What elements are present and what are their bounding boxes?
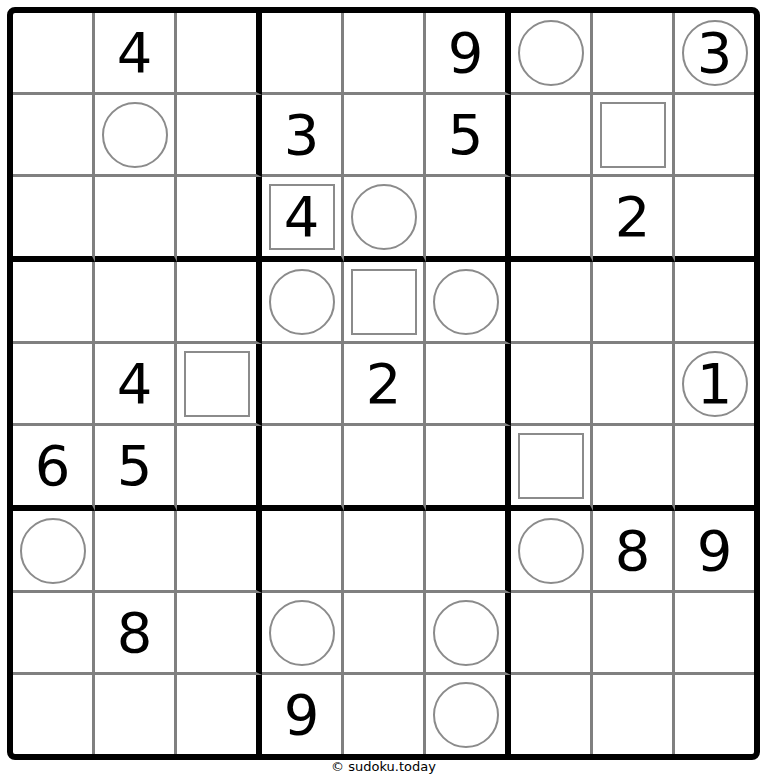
cell-r5c1[interactable] xyxy=(13,344,95,426)
cell-r5c3[interactable] xyxy=(177,344,262,426)
cell-r2c7[interactable] xyxy=(511,95,593,177)
cell-r7c4[interactable] xyxy=(262,511,344,593)
cell-r1c2[interactable]: 4 xyxy=(95,13,177,95)
even-square-mark xyxy=(351,269,417,335)
cell-r6c3[interactable] xyxy=(177,426,262,511)
odd-circle-mark xyxy=(433,682,499,748)
cell-r3c5[interactable] xyxy=(344,177,426,262)
cell-r8c5[interactable] xyxy=(344,593,426,675)
cell-r8c6[interactable] xyxy=(426,593,511,675)
cell-r7c8[interactable]: 8 xyxy=(593,511,675,593)
even-square-mark xyxy=(184,351,250,417)
cell-r7c3[interactable] xyxy=(177,511,262,593)
cell-r7c6[interactable] xyxy=(426,511,511,593)
given-digit: 9 xyxy=(697,523,733,579)
cell-r2c4[interactable]: 3 xyxy=(262,95,344,177)
odd-circle-mark xyxy=(433,269,499,335)
cell-r9c7[interactable] xyxy=(511,675,593,754)
cell-r2c9[interactable] xyxy=(675,95,754,177)
cell-r9c6[interactable] xyxy=(426,675,511,754)
cell-r2c6[interactable]: 5 xyxy=(426,95,511,177)
cell-r4c4[interactable] xyxy=(262,262,344,344)
cell-r1c5[interactable] xyxy=(344,13,426,95)
given-digit: 4 xyxy=(284,189,320,245)
cell-r8c7[interactable] xyxy=(511,593,593,675)
cell-r6c1[interactable]: 6 xyxy=(13,426,95,511)
cell-r3c9[interactable] xyxy=(675,177,754,262)
odd-circle-mark xyxy=(269,269,335,335)
even-square-mark xyxy=(518,433,584,499)
cell-r9c1[interactable] xyxy=(13,675,95,754)
cell-r3c7[interactable] xyxy=(511,177,593,262)
given-digit: 3 xyxy=(284,107,320,163)
cell-r2c8[interactable] xyxy=(593,95,675,177)
given-digit: 5 xyxy=(448,107,484,163)
cell-r4c8[interactable] xyxy=(593,262,675,344)
cell-r2c2[interactable] xyxy=(95,95,177,177)
cell-r4c5[interactable] xyxy=(344,262,426,344)
cell-r8c3[interactable] xyxy=(177,593,262,675)
cell-r6c8[interactable] xyxy=(593,426,675,511)
given-digit: 2 xyxy=(615,189,651,245)
cell-r9c3[interactable] xyxy=(177,675,262,754)
cell-r1c8[interactable] xyxy=(593,13,675,95)
given-digit: 4 xyxy=(117,356,153,412)
cell-r6c4[interactable] xyxy=(262,426,344,511)
cell-r4c9[interactable] xyxy=(675,262,754,344)
cell-r4c3[interactable] xyxy=(177,262,262,344)
given-digit: 8 xyxy=(615,523,651,579)
cell-r3c6[interactable] xyxy=(426,177,511,262)
cell-r9c4[interactable]: 9 xyxy=(262,675,344,754)
given-digit: 5 xyxy=(117,438,153,494)
cell-r5c7[interactable] xyxy=(511,344,593,426)
odd-circle-mark xyxy=(518,518,584,584)
cell-r1c1[interactable] xyxy=(13,13,95,95)
cell-r8c2[interactable]: 8 xyxy=(95,593,177,675)
cell-r5c9[interactable]: 1 xyxy=(675,344,754,426)
cell-r2c1[interactable] xyxy=(13,95,95,177)
cell-r1c9[interactable]: 3 xyxy=(675,13,754,95)
given-digit: 9 xyxy=(284,687,320,743)
cell-r8c1[interactable] xyxy=(13,593,95,675)
cell-r3c8[interactable]: 2 xyxy=(593,177,675,262)
given-digit: 4 xyxy=(117,25,153,81)
cell-r9c2[interactable] xyxy=(95,675,177,754)
odd-circle-mark xyxy=(20,518,86,584)
cell-r6c2[interactable]: 5 xyxy=(95,426,177,511)
cell-r8c8[interactable] xyxy=(593,593,675,675)
cell-r5c6[interactable] xyxy=(426,344,511,426)
cell-r9c8[interactable] xyxy=(593,675,675,754)
cell-r5c4[interactable] xyxy=(262,344,344,426)
cell-r9c9[interactable] xyxy=(675,675,754,754)
cell-r1c6[interactable]: 9 xyxy=(426,13,511,95)
cell-r7c9[interactable]: 9 xyxy=(675,511,754,593)
cell-r5c8[interactable] xyxy=(593,344,675,426)
given-digit: 6 xyxy=(35,438,71,494)
cell-r7c7[interactable] xyxy=(511,511,593,593)
cell-r4c7[interactable] xyxy=(511,262,593,344)
cell-r7c2[interactable] xyxy=(95,511,177,593)
sudoku-board: 4933542421658989 xyxy=(7,7,760,760)
cell-r3c4[interactable]: 4 xyxy=(262,177,344,262)
given-digit: 1 xyxy=(697,356,733,412)
cell-r2c3[interactable] xyxy=(177,95,262,177)
cell-r7c5[interactable] xyxy=(344,511,426,593)
cell-r4c1[interactable] xyxy=(13,262,95,344)
odd-circle-mark xyxy=(102,102,168,168)
cell-r6c5[interactable] xyxy=(344,426,426,511)
even-square-mark xyxy=(600,102,666,168)
cell-r6c7[interactable] xyxy=(511,426,593,511)
cell-r1c4[interactable] xyxy=(262,13,344,95)
cell-r5c2[interactable]: 4 xyxy=(95,344,177,426)
cell-r8c9[interactable] xyxy=(675,593,754,675)
cell-r4c6[interactable] xyxy=(426,262,511,344)
cell-r7c1[interactable] xyxy=(13,511,95,593)
cell-r9c5[interactable] xyxy=(344,675,426,754)
odd-circle-mark xyxy=(269,600,335,666)
cell-r3c1[interactable] xyxy=(13,177,95,262)
odd-circle-mark xyxy=(433,600,499,666)
given-digit: 3 xyxy=(697,25,733,81)
cell-r3c2[interactable] xyxy=(95,177,177,262)
odd-circle-mark xyxy=(351,184,417,250)
given-digit: 8 xyxy=(117,605,153,661)
cell-r6c6[interactable] xyxy=(426,426,511,511)
cell-r8c4[interactable] xyxy=(262,593,344,675)
cell-r4c2[interactable] xyxy=(95,262,177,344)
odd-circle-mark xyxy=(518,20,584,86)
cell-r1c7[interactable] xyxy=(511,13,593,95)
cell-r2c5[interactable] xyxy=(344,95,426,177)
copyright: © sudoku.today xyxy=(0,759,767,775)
given-digit: 2 xyxy=(366,356,402,412)
cell-r6c9[interactable] xyxy=(675,426,754,511)
cell-r1c3[interactable] xyxy=(177,13,262,95)
cell-r5c5[interactable]: 2 xyxy=(344,344,426,426)
cell-r3c3[interactable] xyxy=(177,177,262,262)
given-digit: 9 xyxy=(448,25,484,81)
